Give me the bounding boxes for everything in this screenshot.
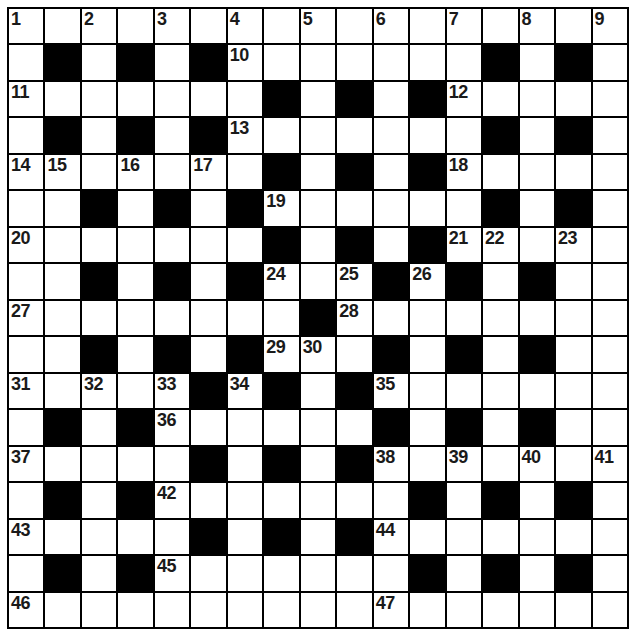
black-cell-r10c13 (447, 337, 481, 371)
cell-r6c1[interactable] (9, 191, 43, 225)
clue-number-16: 16 (120, 156, 139, 175)
cell-r10c1[interactable] (9, 337, 43, 371)
cell-r7c1[interactable]: 20 (9, 228, 43, 262)
black-cell-r2c16 (556, 45, 590, 79)
cell-r1c3[interactable]: 2 (82, 9, 116, 43)
cell-r4c3[interactable] (82, 118, 116, 152)
cell-r4c8[interactable] (264, 118, 298, 152)
black-cell-r11c8 (264, 374, 298, 408)
cell-r7c4[interactable] (118, 228, 152, 262)
black-cell-r10c15 (520, 337, 554, 371)
cell-r4c17[interactable] (593, 118, 627, 152)
clue-number-29: 29 (266, 338, 285, 357)
cell-r10c4[interactable] (118, 337, 152, 371)
clue-number-20: 20 (11, 229, 30, 248)
clue-number-41: 41 (595, 448, 614, 467)
cell-r16c3[interactable] (82, 556, 116, 590)
clue-number-19: 19 (266, 192, 285, 211)
cell-r15c15[interactable] (520, 520, 554, 554)
cell-r6c8[interactable]: 19 (264, 191, 298, 225)
cell-r16c6[interactable] (191, 556, 225, 590)
cell-r5c9[interactable] (301, 155, 335, 189)
cell-r15c1[interactable]: 43 (9, 520, 43, 554)
cell-r7c15[interactable] (520, 228, 554, 262)
cell-r16c5[interactable]: 45 (155, 556, 189, 590)
cell-r1c6[interactable] (191, 9, 225, 43)
black-cell-r14c2 (45, 483, 79, 517)
cell-r10c6[interactable] (191, 337, 225, 371)
cell-r12c1[interactable] (9, 410, 43, 444)
cell-r5c17[interactable] (593, 155, 627, 189)
clue-number-34: 34 (230, 375, 249, 394)
black-cell-r7c8 (264, 228, 298, 262)
clue-number-4: 4 (230, 10, 240, 29)
cell-r10c8[interactable]: 29 (264, 337, 298, 371)
cell-r12c3[interactable] (82, 410, 116, 444)
cell-r14c11[interactable] (374, 483, 408, 517)
cell-r17c17[interactable] (593, 593, 627, 627)
cell-r3c6[interactable] (191, 82, 225, 116)
cell-r11c7[interactable]: 34 (228, 374, 262, 408)
cell-r11c16[interactable] (556, 374, 590, 408)
cell-r13c4[interactable] (118, 447, 152, 481)
black-cell-r14c14 (483, 483, 517, 517)
cell-r4c9[interactable] (301, 118, 335, 152)
cell-r7c3[interactable] (82, 228, 116, 262)
cell-r15c11[interactable]: 44 (374, 520, 408, 554)
cell-r2c10[interactable] (337, 45, 371, 79)
cell-r5c14[interactable] (483, 155, 517, 189)
cell-r10c16[interactable] (556, 337, 590, 371)
cell-r17c3[interactable] (82, 593, 116, 627)
clue-number-22: 22 (485, 229, 504, 248)
cell-r7c6[interactable] (191, 228, 225, 262)
clue-number-18: 18 (449, 156, 468, 175)
cell-r9c1[interactable]: 27 (9, 301, 43, 335)
cell-r6c13[interactable] (447, 191, 481, 225)
black-cell-r4c4 (118, 118, 152, 152)
cell-r2c11[interactable] (374, 45, 408, 79)
clue-number-31: 31 (11, 375, 30, 394)
cell-r10c10[interactable] (337, 337, 371, 371)
cell-r2c5[interactable] (155, 45, 189, 79)
clue-number-47: 47 (376, 594, 395, 613)
cell-r14c10[interactable] (337, 483, 371, 517)
cell-r10c9[interactable]: 30 (301, 337, 335, 371)
cell-r4c11[interactable] (374, 118, 408, 152)
clue-number-40: 40 (522, 448, 541, 467)
cell-r2c13[interactable] (447, 45, 481, 79)
cell-r4c1[interactable] (9, 118, 43, 152)
cell-r5c5[interactable] (155, 155, 189, 189)
cell-r6c2[interactable] (45, 191, 79, 225)
black-cell-r11c6 (191, 374, 225, 408)
cell-r7c17[interactable] (593, 228, 627, 262)
clue-number-43: 43 (11, 521, 30, 540)
black-cell-r6c16 (556, 191, 590, 225)
black-cell-r3c10 (337, 82, 371, 116)
cell-r2c3[interactable] (82, 45, 116, 79)
black-cell-r10c3 (82, 337, 116, 371)
cell-r15c12[interactable] (410, 520, 444, 554)
cell-r7c9[interactable] (301, 228, 335, 262)
black-cell-r2c14 (483, 45, 517, 79)
cell-r13c11[interactable]: 38 (374, 447, 408, 481)
cell-r6c4[interactable] (118, 191, 152, 225)
cell-r14c1[interactable] (9, 483, 43, 517)
cell-r17c7[interactable] (228, 593, 262, 627)
cell-r14c8[interactable] (264, 483, 298, 517)
cell-r17c8[interactable] (264, 593, 298, 627)
cell-r9c13[interactable] (447, 301, 481, 335)
cell-r14c7[interactable] (228, 483, 262, 517)
cell-r14c13[interactable] (447, 483, 481, 517)
cell-r13c9[interactable] (301, 447, 335, 481)
cell-r15c9[interactable] (301, 520, 335, 554)
cell-r3c17[interactable] (593, 82, 627, 116)
cell-r5c3[interactable] (82, 155, 116, 189)
cell-r17c13[interactable] (447, 593, 481, 627)
cell-r4c10[interactable] (337, 118, 371, 152)
cell-r9c6[interactable] (191, 301, 225, 335)
clue-number-14: 14 (11, 156, 30, 175)
cell-r1c4[interactable] (118, 9, 152, 43)
black-cell-r2c2 (45, 45, 79, 79)
cell-r6c10[interactable] (337, 191, 371, 225)
cell-r16c17[interactable] (593, 556, 627, 590)
cell-r9c17[interactable] (593, 301, 627, 335)
cell-r5c13[interactable]: 18 (447, 155, 481, 189)
cell-r9c10[interactable]: 28 (337, 301, 371, 335)
cell-r10c12[interactable] (410, 337, 444, 371)
clue-number-5: 5 (303, 10, 313, 29)
cell-r7c14[interactable]: 22 (483, 228, 517, 262)
clue-number-46: 46 (11, 594, 30, 613)
cell-r7c13[interactable]: 21 (447, 228, 481, 262)
cell-r11c2[interactable] (45, 374, 79, 408)
cell-r13c5[interactable] (155, 447, 189, 481)
clue-number-9: 9 (595, 10, 605, 29)
cell-r8c14[interactable] (483, 264, 517, 298)
cell-r4c15[interactable] (520, 118, 554, 152)
cell-r9c5[interactable] (155, 301, 189, 335)
cell-r15c3[interactable] (82, 520, 116, 554)
cell-r3c1[interactable]: 11 (9, 82, 43, 116)
cell-r3c14[interactable] (483, 82, 517, 116)
black-cell-r12c13 (447, 410, 481, 444)
cell-r12c17[interactable] (593, 410, 627, 444)
cell-r14c5[interactable]: 42 (155, 483, 189, 517)
cell-r12c7[interactable] (228, 410, 262, 444)
cell-r4c5[interactable] (155, 118, 189, 152)
cell-r10c14[interactable] (483, 337, 517, 371)
cell-r5c6[interactable]: 17 (191, 155, 225, 189)
cell-r16c7[interactable] (228, 556, 262, 590)
cell-r11c4[interactable] (118, 374, 152, 408)
cell-r10c2[interactable] (45, 337, 79, 371)
cell-r2c17[interactable] (593, 45, 627, 79)
cell-r17c6[interactable] (191, 593, 225, 627)
cell-r11c13[interactable] (447, 374, 481, 408)
clue-number-30: 30 (303, 338, 322, 357)
cell-r16c1[interactable] (9, 556, 43, 590)
cell-r7c2[interactable] (45, 228, 79, 262)
cell-r15c16[interactable] (556, 520, 590, 554)
cell-r9c7[interactable] (228, 301, 262, 335)
cell-r17c5[interactable] (155, 593, 189, 627)
cell-r16c10[interactable] (337, 556, 371, 590)
cell-r12c14[interactable] (483, 410, 517, 444)
cell-r9c11[interactable] (374, 301, 408, 335)
clue-number-2: 2 (84, 10, 94, 29)
cell-r15c4[interactable] (118, 520, 152, 554)
cell-r15c7[interactable] (228, 520, 262, 554)
cell-r7c11[interactable] (374, 228, 408, 262)
black-cell-r8c15 (520, 264, 554, 298)
cell-r9c8[interactable] (264, 301, 298, 335)
cell-r8c6[interactable] (191, 264, 225, 298)
black-cell-r6c3 (82, 191, 116, 225)
cell-r11c15[interactable] (520, 374, 554, 408)
cell-r13c15[interactable]: 40 (520, 447, 554, 481)
black-cell-r8c5 (155, 264, 189, 298)
cell-r12c16[interactable] (556, 410, 590, 444)
cell-r15c2[interactable] (45, 520, 79, 554)
cell-r15c17[interactable] (593, 520, 627, 554)
cell-r3c3[interactable] (82, 82, 116, 116)
cell-r6c12[interactable] (410, 191, 444, 225)
cell-r13c14[interactable] (483, 447, 517, 481)
cell-r17c9[interactable] (301, 593, 335, 627)
cell-r15c14[interactable] (483, 520, 517, 554)
cell-r16c13[interactable] (447, 556, 481, 590)
cell-r1c1[interactable]: 1 (9, 9, 43, 43)
black-cell-r10c11 (374, 337, 408, 371)
clue-number-26: 26 (412, 265, 431, 284)
cell-r9c12[interactable] (410, 301, 444, 335)
cell-r8c9[interactable] (301, 264, 335, 298)
cell-r11c14[interactable] (483, 374, 517, 408)
black-cell-r7c12 (410, 228, 444, 262)
cell-r5c7[interactable] (228, 155, 262, 189)
cell-r8c4[interactable] (118, 264, 152, 298)
cell-r12c5[interactable]: 36 (155, 410, 189, 444)
black-cell-r8c7 (228, 264, 262, 298)
cell-r14c17[interactable] (593, 483, 627, 517)
cell-r3c7[interactable] (228, 82, 262, 116)
cell-r10c17[interactable] (593, 337, 627, 371)
cell-r8c8[interactable]: 24 (264, 264, 298, 298)
black-cell-r4c16 (556, 118, 590, 152)
cell-r2c12[interactable] (410, 45, 444, 79)
cell-r15c5[interactable] (155, 520, 189, 554)
cell-r1c8[interactable] (264, 9, 298, 43)
cell-r14c3[interactable] (82, 483, 116, 517)
cell-r5c15[interactable] (520, 155, 554, 189)
cell-r13c17[interactable]: 41 (593, 447, 627, 481)
cell-r1c17[interactable]: 9 (593, 9, 627, 43)
black-cell-r15c10 (337, 520, 371, 554)
cell-r6c15[interactable] (520, 191, 554, 225)
black-cell-r5c8 (264, 155, 298, 189)
cell-r12c8[interactable] (264, 410, 298, 444)
cell-r1c5[interactable]: 3 (155, 9, 189, 43)
cell-r3c9[interactable] (301, 82, 335, 116)
cell-r3c11[interactable] (374, 82, 408, 116)
cell-r13c12[interactable] (410, 447, 444, 481)
clue-number-3: 3 (157, 10, 167, 29)
cell-r9c15[interactable] (520, 301, 554, 335)
cell-r9c14[interactable] (483, 301, 517, 335)
cell-r5c4[interactable]: 16 (118, 155, 152, 189)
clue-number-11: 11 (11, 83, 29, 102)
cell-r4c13[interactable] (447, 118, 481, 152)
cell-r1c15[interactable]: 8 (520, 9, 554, 43)
black-cell-r13c8 (264, 447, 298, 481)
cell-r1c11[interactable]: 6 (374, 9, 408, 43)
cell-r3c13[interactable]: 12 (447, 82, 481, 116)
cell-r8c10[interactable]: 25 (337, 264, 371, 298)
cell-r13c1[interactable]: 37 (9, 447, 43, 481)
clue-number-12: 12 (449, 83, 468, 102)
cell-r3c2[interactable] (45, 82, 79, 116)
cell-r11c17[interactable] (593, 374, 627, 408)
black-cell-r12c4 (118, 410, 152, 444)
cell-r1c13[interactable]: 7 (447, 9, 481, 43)
cell-r11c5[interactable]: 33 (155, 374, 189, 408)
cell-r1c2[interactable] (45, 9, 79, 43)
cell-r6c17[interactable] (593, 191, 627, 225)
cell-r5c1[interactable]: 14 (9, 155, 43, 189)
black-cell-r16c16 (556, 556, 590, 590)
cell-r17c1[interactable]: 46 (9, 593, 43, 627)
cell-r9c3[interactable] (82, 301, 116, 335)
cell-r4c12[interactable] (410, 118, 444, 152)
cell-r8c1[interactable] (9, 264, 43, 298)
black-cell-r6c14 (483, 191, 517, 225)
cell-r5c11[interactable] (374, 155, 408, 189)
cell-r13c16[interactable] (556, 447, 590, 481)
cell-r16c11[interactable] (374, 556, 408, 590)
cell-r17c4[interactable] (118, 593, 152, 627)
cell-r17c12[interactable] (410, 593, 444, 627)
cell-r1c14[interactable] (483, 9, 517, 43)
cell-r1c16[interactable] (556, 9, 590, 43)
cell-r9c4[interactable] (118, 301, 152, 335)
cell-r7c5[interactable] (155, 228, 189, 262)
cell-r2c9[interactable] (301, 45, 335, 79)
cell-r8c12[interactable]: 26 (410, 264, 444, 298)
cell-r17c2[interactable] (45, 593, 79, 627)
cell-r3c4[interactable] (118, 82, 152, 116)
cell-r16c9[interactable] (301, 556, 335, 590)
cell-r9c16[interactable] (556, 301, 590, 335)
cell-r16c8[interactable] (264, 556, 298, 590)
cell-r1c12[interactable] (410, 9, 444, 43)
cell-r17c14[interactable] (483, 593, 517, 627)
cell-r6c11[interactable] (374, 191, 408, 225)
cell-r2c15[interactable] (520, 45, 554, 79)
cell-r9c2[interactable] (45, 301, 79, 335)
cell-r11c9[interactable] (301, 374, 335, 408)
clue-number-8: 8 (522, 10, 532, 29)
cell-r14c9[interactable] (301, 483, 335, 517)
clue-number-36: 36 (157, 411, 176, 430)
cell-r17c10[interactable] (337, 593, 371, 627)
cell-r5c2[interactable]: 15 (45, 155, 79, 189)
cell-r13c2[interactable] (45, 447, 79, 481)
cell-r17c11[interactable]: 47 (374, 593, 408, 627)
clue-number-24: 24 (266, 265, 285, 284)
cell-r11c1[interactable]: 31 (9, 374, 43, 408)
cell-r2c8[interactable] (264, 45, 298, 79)
cell-r8c2[interactable] (45, 264, 79, 298)
black-cell-r4c14 (483, 118, 517, 152)
cell-r2c1[interactable] (9, 45, 43, 79)
cell-r11c11[interactable]: 35 (374, 374, 408, 408)
clue-number-6: 6 (376, 10, 386, 29)
cell-r14c6[interactable] (191, 483, 225, 517)
cell-r4c7[interactable]: 13 (228, 118, 262, 152)
cell-r2c7[interactable]: 10 (228, 45, 262, 79)
cell-r13c7[interactable] (228, 447, 262, 481)
black-cell-r4c2 (45, 118, 79, 152)
cell-r6c6[interactable] (191, 191, 225, 225)
cell-r3c15[interactable] (520, 82, 554, 116)
black-cell-r12c2 (45, 410, 79, 444)
cell-r1c7[interactable]: 4 (228, 9, 262, 43)
cell-r17c15[interactable] (520, 593, 554, 627)
black-cell-r16c14 (483, 556, 517, 590)
cell-r11c3[interactable]: 32 (82, 374, 116, 408)
clue-number-27: 27 (11, 302, 30, 321)
cell-r7c16[interactable]: 23 (556, 228, 590, 262)
cell-r3c5[interactable] (155, 82, 189, 116)
black-cell-r12c11 (374, 410, 408, 444)
cell-r1c9[interactable]: 5 (301, 9, 335, 43)
cell-r16c15[interactable] (520, 556, 554, 590)
cell-r12c12[interactable] (410, 410, 444, 444)
clue-number-15: 15 (47, 156, 66, 175)
cell-r17c16[interactable] (556, 593, 590, 627)
cell-r7c7[interactable] (228, 228, 262, 262)
cell-r12c6[interactable] (191, 410, 225, 444)
cell-r8c17[interactable] (593, 264, 627, 298)
cell-r3c16[interactable] (556, 82, 590, 116)
cell-r13c13[interactable]: 39 (447, 447, 481, 481)
cell-r15c13[interactable] (447, 520, 481, 554)
black-cell-r10c7 (228, 337, 262, 371)
black-cell-r14c4 (118, 483, 152, 517)
cell-r6c9[interactable] (301, 191, 335, 225)
cell-r8c16[interactable] (556, 264, 590, 298)
cell-r12c9[interactable] (301, 410, 335, 444)
cell-r13c3[interactable] (82, 447, 116, 481)
crossword-grid: 1234567891011121314151617181920212223242… (7, 7, 629, 629)
clue-number-37: 37 (11, 448, 30, 467)
clue-number-42: 42 (157, 484, 176, 503)
cell-r11c12[interactable] (410, 374, 444, 408)
black-cell-r13c6 (191, 447, 225, 481)
black-cell-r8c13 (447, 264, 481, 298)
cell-r12c10[interactable] (337, 410, 371, 444)
black-cell-r2c4 (118, 45, 152, 79)
black-cell-r2c6 (191, 45, 225, 79)
cell-r14c15[interactable] (520, 483, 554, 517)
black-cell-r16c12 (410, 556, 444, 590)
cell-r1c10[interactable] (337, 9, 371, 43)
cell-r5c16[interactable] (556, 155, 590, 189)
